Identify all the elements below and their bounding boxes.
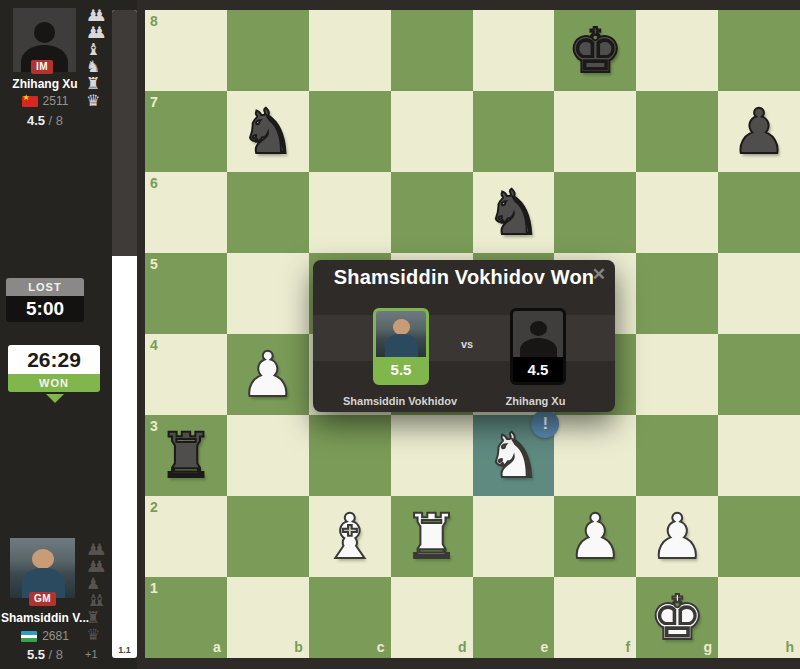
file-label-e: e — [541, 639, 549, 655]
square-a8[interactable]: 8 — [145, 10, 227, 91]
square-h7[interactable]: ♟ — [718, 91, 800, 172]
dialog-title: Shamsiddin Vokhidov Won — [313, 266, 615, 289]
square-f3[interactable] — [554, 415, 636, 496]
avatar-photo-body — [385, 334, 418, 357]
square-a7[interactable]: 7 — [145, 91, 227, 172]
rank-label-7: 7 — [150, 94, 158, 110]
top-player-score: 4.5 / 8 — [0, 113, 90, 128]
file-label-f: f — [626, 639, 631, 655]
piece-bR-a3[interactable]: ♜ — [145, 415, 227, 496]
square-e1[interactable]: e — [473, 577, 555, 658]
bottom-player-score: 5.5 / 8 — [0, 647, 90, 662]
file-label-b: b — [294, 639, 303, 655]
uzbekistan-flag-icon — [21, 631, 37, 642]
piece-wP-b4[interactable]: ♟ — [227, 334, 309, 415]
bottom-player-rating-row: 2681 — [0, 629, 90, 643]
avatar-photo-head — [32, 549, 54, 569]
rank-label-4: 4 — [150, 337, 158, 353]
avatar-silhouette-icon — [34, 22, 55, 42]
square-f2[interactable]: ♟ — [554, 496, 636, 577]
square-d6[interactable] — [391, 172, 473, 253]
square-h6[interactable] — [718, 172, 800, 253]
piece-wR-d2[interactable]: ♜ — [391, 496, 473, 577]
square-b2[interactable] — [227, 496, 309, 577]
square-e6[interactable]: ♞ — [473, 172, 555, 253]
rank-label-6: 6 — [150, 175, 158, 191]
winner-name: Shamsiddin Vokhidov — [335, 395, 465, 407]
top-player-rating: 2511 — [43, 94, 69, 108]
square-e2[interactable] — [473, 496, 555, 577]
avatar-photo-head — [393, 319, 410, 335]
evaluation-value: 1.1 — [112, 645, 137, 655]
square-f6[interactable] — [554, 172, 636, 253]
game-result-dialog: Shamsiddin Vokhidov Won ✕ 5.5 vs 4.5 Sha… — [313, 260, 615, 412]
square-f7[interactable] — [554, 91, 636, 172]
bottom-player-avatar[interactable] — [10, 538, 75, 598]
square-d8[interactable] — [391, 10, 473, 91]
piece-bK-f8[interactable]: ♚ — [554, 10, 636, 91]
square-b1[interactable]: b — [227, 577, 309, 658]
bottom-player-rating: 2681 — [42, 629, 69, 643]
square-c7[interactable] — [309, 91, 391, 172]
square-c6[interactable] — [309, 172, 391, 253]
square-h8[interactable] — [718, 10, 800, 91]
piece-bP-h7[interactable]: ♟ — [718, 91, 800, 172]
piece-bN-b7[interactable]: ♞ — [227, 91, 309, 172]
bottom-player-name[interactable]: Shamsiddin V... — [0, 611, 90, 625]
evaluation-bar-black-part — [112, 10, 137, 256]
square-g2[interactable]: ♟ — [636, 496, 718, 577]
square-h5[interactable] — [718, 253, 800, 334]
rank-label-2: 2 — [150, 499, 158, 515]
avatar-silhouette-icon — [520, 338, 557, 357]
file-label-a: a — [213, 639, 221, 655]
square-h4[interactable] — [718, 334, 800, 415]
china-flag-icon — [22, 96, 38, 107]
square-b6[interactable] — [227, 172, 309, 253]
winner-score: 5.5 — [376, 357, 426, 382]
square-f8[interactable]: ♚ — [554, 10, 636, 91]
top-clock-status-badge: LOST — [6, 278, 84, 296]
square-g8[interactable] — [636, 10, 718, 91]
evaluation-bar[interactable]: 1.1 — [112, 10, 137, 658]
square-e8[interactable] — [473, 10, 555, 91]
square-d3[interactable] — [391, 415, 473, 496]
loser-score: 4.5 — [513, 357, 563, 382]
bottom-clock: 26:29 — [8, 345, 100, 374]
square-g5[interactable] — [636, 253, 718, 334]
file-label-c: c — [377, 639, 385, 655]
square-a5[interactable]: 5 — [145, 253, 227, 334]
square-a6[interactable]: 6 — [145, 172, 227, 253]
square-d1[interactable]: d — [391, 577, 473, 658]
square-g3[interactable] — [636, 415, 718, 496]
square-a3[interactable]: 3♜ — [145, 415, 227, 496]
square-f1[interactable]: f — [554, 577, 636, 658]
close-icon[interactable]: ✕ — [592, 264, 606, 285]
square-a2[interactable]: 2 — [145, 496, 227, 577]
top-player-title-badge: IM — [31, 60, 53, 74]
piece-wK-g1[interactable]: ♚ — [636, 577, 718, 658]
bottom-player-title-badge: GM — [29, 592, 56, 606]
square-b5[interactable] — [227, 253, 309, 334]
square-g1[interactable]: g♚ — [636, 577, 718, 658]
file-label-h: h — [785, 639, 794, 655]
square-b3[interactable] — [227, 415, 309, 496]
rank-label-5: 5 — [150, 256, 158, 272]
chess-game-screen: IM Zhihang Xu 2511 4.5 / 8 ♟♟♟♟♝♞♜♛ LOST… — [0, 0, 800, 669]
winner-avatar — [376, 311, 426, 357]
bottom-clock-status-badge: WON — [8, 374, 100, 392]
loser-avatar — [513, 311, 563, 357]
square-c8[interactable] — [309, 10, 391, 91]
piece-wB-c2[interactable]: ♝ — [309, 496, 391, 577]
square-e7[interactable] — [473, 91, 555, 172]
square-c3[interactable] — [309, 415, 391, 496]
vs-label: vs — [453, 338, 481, 350]
square-c1[interactable]: c — [309, 577, 391, 658]
material-advantage: +1 — [85, 648, 98, 660]
piece-bN-e6[interactable]: ♞ — [473, 172, 555, 253]
winner-card[interactable]: 5.5 — [373, 308, 429, 385]
file-label-d: d — [458, 639, 467, 655]
square-b4[interactable]: ♟ — [227, 334, 309, 415]
square-c2[interactable]: ♝ — [309, 496, 391, 577]
avatar-silhouette-icon — [530, 321, 547, 336]
square-d7[interactable] — [391, 91, 473, 172]
square-b8[interactable] — [227, 10, 309, 91]
square-b7[interactable]: ♞ — [227, 91, 309, 172]
square-g4[interactable] — [636, 334, 718, 415]
square-h3[interactable] — [718, 415, 800, 496]
square-h2[interactable] — [718, 496, 800, 577]
piece-wP-g2[interactable]: ♟ — [636, 496, 718, 577]
loser-name: Zhihang Xu — [488, 395, 583, 407]
square-g6[interactable] — [636, 172, 718, 253]
square-d2[interactable]: ♜ — [391, 496, 473, 577]
square-a1[interactable]: 1a — [145, 577, 227, 658]
square-h1[interactable]: h — [718, 577, 800, 658]
square-a4[interactable]: 4 — [145, 334, 227, 415]
rank-label-8: 8 — [150, 13, 158, 29]
won-badge-arrow-icon — [46, 394, 64, 403]
loser-card[interactable]: 4.5 — [510, 308, 566, 385]
top-player-rating-row: 2511 — [0, 94, 90, 108]
piece-wP-f2[interactable]: ♟ — [554, 496, 636, 577]
square-g7[interactable] — [636, 91, 718, 172]
top-player-name[interactable]: Zhihang Xu — [0, 77, 90, 91]
rank-label-1: 1 — [150, 580, 158, 596]
top-clock: 5:00 — [6, 296, 84, 322]
